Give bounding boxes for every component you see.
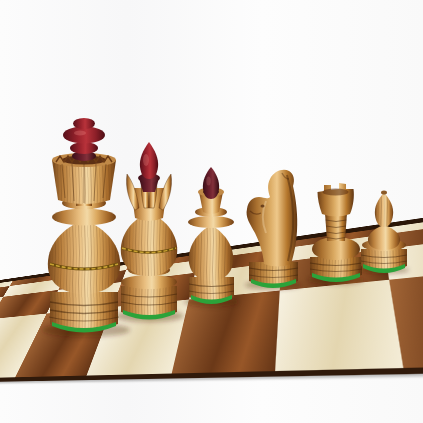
- piece-white-queen: wooden queen with petal crown and red ac…: [111, 138, 187, 324]
- knight-eye: [261, 204, 265, 207]
- bishop-disc-large: [188, 216, 234, 228]
- piece-white-pawn: wooden pawn with acorn top: [356, 190, 412, 275]
- pawn-bulb: [368, 225, 400, 250]
- rook-crenellated-top: [318, 183, 354, 217]
- board-square: [275, 280, 403, 371]
- king-disc-large: [52, 209, 116, 226]
- bishop-maroon-acorn: [203, 167, 219, 199]
- scene: wooden king with stacked red disc finial: [0, 0, 423, 423]
- piece-white-knight: carved wooden horse-head knight facing l…: [242, 167, 304, 291]
- knight-horse-head: [247, 170, 298, 267]
- pawn-acorn: [375, 191, 393, 227]
- piece-white-bishop: wooden bishop with dark maroon teardrop …: [182, 165, 241, 308]
- queen-disc-large: [121, 275, 177, 289]
- queen-red-finial: [138, 142, 160, 192]
